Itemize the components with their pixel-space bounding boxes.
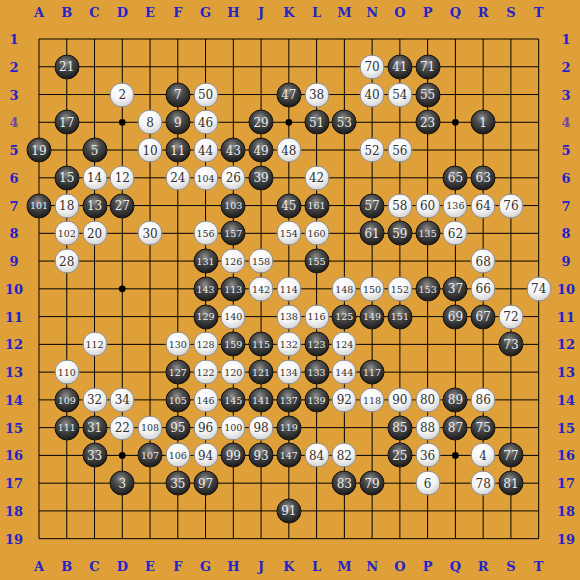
stone-white-K10[interactable]: 114 [276, 276, 301, 301]
stone-white-B8[interactable]: 102 [54, 221, 79, 246]
coordinate-label: Q [450, 4, 461, 19]
stone-black-K15[interactable]: 119 [276, 415, 301, 440]
stone-black-S17[interactable]: 81 [498, 471, 523, 496]
stone-black-C7[interactable]: 13 [82, 193, 107, 218]
move-number: 76 [503, 200, 518, 212]
coordinate-label: C [89, 4, 99, 19]
stone-white-O10[interactable]: 152 [387, 276, 412, 301]
move-number: 33 [87, 449, 102, 461]
stone-white-C12[interactable]: 112 [82, 332, 107, 357]
move-number: 125 [335, 312, 353, 322]
stone-black-N17[interactable]: 79 [360, 471, 385, 496]
stone-black-P3[interactable]: 55 [415, 82, 440, 107]
stone-white-G15[interactable]: 96 [193, 415, 218, 440]
stone-black-Q15[interactable]: 87 [443, 415, 468, 440]
stone-white-S7[interactable]: 76 [498, 193, 523, 218]
coordinate-label: K [283, 4, 294, 19]
stone-white-Q8[interactable]: 62 [443, 221, 468, 246]
stone-black-N7[interactable]: 57 [360, 193, 385, 218]
stone-black-O11[interactable]: 151 [387, 304, 412, 329]
move-number: 31 [87, 422, 102, 434]
stone-black-G9[interactable]: 131 [193, 249, 218, 274]
stone-black-F17[interactable]: 35 [165, 471, 190, 496]
stone-black-G17[interactable]: 97 [193, 471, 218, 496]
stone-white-C8[interactable]: 20 [82, 221, 107, 246]
stone-black-H5[interactable]: 43 [221, 138, 246, 163]
stone-white-J15[interactable]: 98 [249, 415, 274, 440]
coordinate-label: 19 [5, 531, 23, 546]
stone-black-H16[interactable]: 99 [221, 443, 246, 468]
move-number: 75 [476, 422, 491, 434]
stone-white-K5[interactable]: 48 [276, 138, 301, 163]
stone-black-F5[interactable]: 11 [165, 138, 190, 163]
move-number: 49 [253, 144, 268, 156]
coordinate-label: 5 [9, 143, 18, 158]
move-number: 41 [392, 61, 407, 73]
move-number: 141 [252, 395, 270, 405]
coordinate-label: 19 [557, 531, 575, 546]
coordinate-label: 10 [557, 281, 575, 296]
stone-white-D3[interactable]: 2 [110, 82, 135, 107]
stone-white-B13[interactable]: 110 [54, 360, 79, 385]
move-number: 80 [420, 394, 435, 406]
coordinate-label: 2 [9, 59, 18, 74]
stone-white-L8[interactable]: 160 [304, 221, 329, 246]
stone-black-K14[interactable]: 137 [276, 387, 301, 412]
stone-black-D7[interactable]: 27 [110, 193, 135, 218]
stone-black-J12[interactable]: 115 [249, 332, 274, 357]
stone-white-E5[interactable]: 10 [138, 138, 163, 163]
move-number: 13 [87, 200, 102, 212]
coordinate-label: 7 [9, 198, 18, 213]
stone-black-G11[interactable]: 129 [193, 304, 218, 329]
stone-black-P2[interactable]: 71 [415, 54, 440, 79]
move-number: 142 [252, 284, 270, 294]
coordinate-label: 17 [5, 476, 23, 491]
stone-black-L12[interactable]: 123 [304, 332, 329, 357]
stone-black-N11[interactable]: 149 [360, 304, 385, 329]
move-number: 148 [335, 284, 353, 294]
coordinate-label: E [145, 4, 155, 19]
move-number: 95 [170, 422, 185, 434]
stone-black-R11[interactable]: 67 [471, 304, 496, 329]
coordinate-label: 2 [561, 59, 570, 74]
stone-white-J9[interactable]: 158 [249, 249, 274, 274]
move-number: 34 [115, 394, 130, 406]
stone-black-F14[interactable]: 105 [165, 387, 190, 412]
move-number: 3 [118, 477, 126, 489]
coordinate-label: 14 [5, 392, 23, 407]
stone-white-C6[interactable]: 14 [82, 165, 107, 190]
move-number: 96 [198, 422, 213, 434]
move-number: 52 [364, 144, 379, 156]
move-number: 155 [308, 256, 326, 266]
move-number: 109 [58, 395, 76, 405]
stone-white-D14[interactable]: 34 [110, 387, 135, 412]
stone-black-C16[interactable]: 33 [82, 443, 107, 468]
coordinate-label: 6 [9, 170, 18, 185]
stone-black-B14[interactable]: 109 [54, 387, 79, 412]
move-number: 18 [59, 200, 74, 212]
move-number: 126 [224, 256, 242, 266]
star-point [452, 452, 459, 459]
move-number: 30 [142, 227, 157, 239]
stone-white-N5[interactable]: 52 [360, 138, 385, 163]
move-number: 20 [87, 227, 102, 239]
stone-white-R14[interactable]: 86 [471, 387, 496, 412]
move-number: 50 [198, 89, 213, 101]
stone-white-E4[interactable]: 8 [138, 110, 163, 135]
stone-white-K13[interactable]: 134 [276, 360, 301, 385]
move-number: 156 [196, 229, 214, 239]
coordinate-label: C [89, 558, 99, 573]
stone-white-G16[interactable]: 94 [193, 443, 218, 468]
stone-black-H7[interactable]: 103 [221, 193, 246, 218]
star-point [119, 452, 126, 459]
move-number: 100 [224, 423, 242, 433]
stone-black-K3[interactable]: 47 [276, 82, 301, 107]
coordinate-label: F [173, 4, 182, 19]
coordinate-label: 8 [9, 226, 18, 241]
stone-black-M4[interactable]: 53 [332, 110, 357, 135]
stone-white-P14[interactable]: 80 [415, 387, 440, 412]
stone-white-P15[interactable]: 88 [415, 415, 440, 440]
move-number: 61 [364, 227, 379, 239]
stone-white-R9[interactable]: 68 [471, 249, 496, 274]
move-number: 136 [446, 201, 464, 211]
move-number: 143 [196, 284, 214, 294]
stone-black-Q14[interactable]: 89 [443, 387, 468, 412]
stone-white-H9[interactable]: 126 [221, 249, 246, 274]
stone-black-O2[interactable]: 41 [387, 54, 412, 79]
stone-white-G12[interactable]: 128 [193, 332, 218, 357]
stone-white-B9[interactable]: 28 [54, 249, 79, 274]
coordinate-label: K [283, 558, 294, 573]
move-number: 15 [59, 172, 74, 184]
move-number: 87 [448, 422, 463, 434]
go-board[interactable]: ABCDEFGHJKLMNOPQRST ABCDEFGHJKLMNOPQRST … [0, 0, 580, 580]
coordinate-label: L [312, 558, 321, 573]
stone-black-J16[interactable]: 93 [249, 443, 274, 468]
stone-white-K11[interactable]: 138 [276, 304, 301, 329]
move-number: 60 [420, 200, 435, 212]
coordinate-label: N [366, 4, 378, 19]
stone-white-F6[interactable]: 24 [165, 165, 190, 190]
move-number: 57 [364, 200, 379, 212]
move-number: 88 [420, 422, 435, 434]
stone-white-H15[interactable]: 100 [221, 415, 246, 440]
stone-white-M12[interactable]: 124 [332, 332, 357, 357]
stone-black-H14[interactable]: 145 [221, 387, 246, 412]
move-number: 40 [364, 89, 379, 101]
move-number: 123 [308, 340, 326, 350]
move-number: 158 [252, 256, 270, 266]
stone-white-S11[interactable]: 72 [498, 304, 523, 329]
move-number: 145 [224, 395, 242, 405]
coordinate-label: T [534, 4, 544, 19]
stone-white-N14[interactable]: 118 [360, 387, 385, 412]
stone-white-E8[interactable]: 30 [138, 221, 163, 246]
stone-black-R4[interactable]: 1 [471, 110, 496, 135]
coordinate-label: 16 [5, 448, 23, 463]
stone-white-O7[interactable]: 58 [387, 193, 412, 218]
stone-white-R7[interactable]: 64 [471, 193, 496, 218]
move-number: 90 [392, 394, 407, 406]
coordinate-label: 17 [557, 476, 575, 491]
move-number: 94 [198, 449, 213, 461]
move-number: 81 [503, 477, 518, 489]
stone-black-J4[interactable]: 29 [249, 110, 274, 135]
move-number: 131 [196, 256, 214, 266]
stone-white-P17[interactable]: 6 [415, 471, 440, 496]
stone-white-G5[interactable]: 44 [193, 138, 218, 163]
stone-black-E16[interactable]: 107 [138, 443, 163, 468]
stone-white-N3[interactable]: 40 [360, 82, 385, 107]
move-number: 35 [170, 477, 185, 489]
move-number: 106 [169, 451, 187, 461]
stone-black-L4[interactable]: 51 [304, 110, 329, 135]
coordinate-label: 1 [9, 32, 18, 47]
stone-white-D15[interactable]: 22 [110, 415, 135, 440]
stone-black-F3[interactable]: 7 [165, 82, 190, 107]
move-number: 159 [224, 340, 242, 350]
coordinate-label: 7 [561, 198, 570, 213]
stone-black-G10[interactable]: 143 [193, 276, 218, 301]
stone-white-C14[interactable]: 32 [82, 387, 107, 412]
move-number: 44 [198, 144, 213, 156]
move-number: 22 [115, 422, 130, 434]
stone-black-B2[interactable]: 21 [54, 54, 79, 79]
stone-black-A7[interactable]: 101 [27, 193, 52, 218]
move-number: 7 [174, 89, 182, 101]
stone-black-O8[interactable]: 59 [387, 221, 412, 246]
stone-black-J13[interactable]: 121 [249, 360, 274, 385]
stone-white-H11[interactable]: 140 [221, 304, 246, 329]
stone-black-P10[interactable]: 153 [415, 276, 440, 301]
move-number: 37 [448, 283, 463, 295]
stone-black-R15[interactable]: 75 [471, 415, 496, 440]
move-number: 154 [280, 229, 298, 239]
coordinate-label: F [173, 558, 182, 573]
stone-white-O3[interactable]: 54 [387, 82, 412, 107]
coordinate-label: R [478, 4, 489, 19]
move-number: 134 [280, 367, 298, 377]
stone-white-G13[interactable]: 122 [193, 360, 218, 385]
coordinate-label: S [506, 4, 515, 19]
move-number: 64 [476, 200, 491, 212]
stone-white-M14[interactable]: 92 [332, 387, 357, 412]
stone-black-M11[interactable]: 125 [332, 304, 357, 329]
move-number: 14 [87, 172, 102, 184]
coordinate-label: Q [450, 558, 461, 573]
stone-white-R16[interactable]: 4 [471, 443, 496, 468]
star-point [119, 285, 126, 292]
stone-black-M17[interactable]: 83 [332, 471, 357, 496]
stone-black-C5[interactable]: 5 [82, 138, 107, 163]
move-number: 114 [280, 284, 298, 294]
stone-black-J5[interactable]: 49 [249, 138, 274, 163]
stone-black-J14[interactable]: 141 [249, 387, 274, 412]
stone-black-H10[interactable]: 113 [221, 276, 246, 301]
move-number: 48 [281, 144, 296, 156]
stone-white-B7[interactable]: 18 [54, 193, 79, 218]
move-number: 54 [392, 89, 407, 101]
stone-black-N13[interactable]: 117 [360, 360, 385, 385]
move-number: 152 [391, 284, 409, 294]
stone-white-G8[interactable]: 156 [193, 221, 218, 246]
move-number: 84 [309, 449, 324, 461]
move-number: 118 [363, 395, 381, 405]
move-number: 4 [479, 449, 487, 461]
move-number: 23 [420, 116, 435, 128]
stone-black-L7[interactable]: 161 [304, 193, 329, 218]
move-number: 11 [170, 144, 185, 156]
move-number: 38 [309, 89, 324, 101]
stone-black-S12[interactable]: 73 [498, 332, 523, 357]
stone-white-N2[interactable]: 70 [360, 54, 385, 79]
stone-black-A5[interactable]: 19 [27, 138, 52, 163]
stone-white-N10[interactable]: 150 [360, 276, 385, 301]
move-number: 73 [503, 338, 518, 350]
coordinate-label: P [423, 4, 433, 19]
stone-white-H6[interactable]: 26 [221, 165, 246, 190]
move-number: 135 [419, 229, 437, 239]
stone-black-Q11[interactable]: 69 [443, 304, 468, 329]
move-number: 74 [531, 283, 546, 295]
stone-white-G14[interactable]: 146 [193, 387, 218, 412]
stone-black-B6[interactable]: 15 [54, 165, 79, 190]
stone-black-B15[interactable]: 111 [54, 415, 79, 440]
stone-black-L14[interactable]: 139 [304, 387, 329, 412]
stone-black-K16[interactable]: 147 [276, 443, 301, 468]
move-number: 128 [196, 340, 214, 350]
move-number: 99 [226, 449, 241, 461]
move-number: 149 [363, 312, 381, 322]
stone-white-R17[interactable]: 78 [471, 471, 496, 496]
move-number: 56 [392, 144, 407, 156]
stone-black-L13[interactable]: 133 [304, 360, 329, 385]
stone-white-O14[interactable]: 90 [387, 387, 412, 412]
stone-black-P8[interactable]: 135 [415, 221, 440, 246]
move-number: 83 [337, 477, 352, 489]
move-number: 58 [392, 200, 407, 212]
stone-black-Q6[interactable]: 65 [443, 165, 468, 190]
move-number: 9 [174, 116, 182, 128]
stone-white-K12[interactable]: 132 [276, 332, 301, 357]
move-number: 89 [448, 394, 463, 406]
stone-white-L11[interactable]: 116 [304, 304, 329, 329]
stone-white-L16[interactable]: 84 [304, 443, 329, 468]
stone-white-L3[interactable]: 38 [304, 82, 329, 107]
move-number: 29 [253, 116, 268, 128]
stone-black-H8[interactable]: 157 [221, 221, 246, 246]
coordinate-label: O [394, 558, 405, 573]
stone-black-O16[interactable]: 25 [387, 443, 412, 468]
stone-white-H13[interactable]: 120 [221, 360, 246, 385]
move-number: 43 [226, 144, 241, 156]
coordinate-label: H [227, 558, 239, 573]
move-number: 86 [476, 394, 491, 406]
coordinate-label: 13 [5, 365, 23, 380]
coordinate-label: D [117, 4, 128, 19]
stone-black-S16[interactable]: 77 [498, 443, 523, 468]
stone-black-L9[interactable]: 155 [304, 249, 329, 274]
move-number: 137 [280, 395, 298, 405]
stone-white-G3[interactable]: 50 [193, 82, 218, 107]
coordinate-label: S [506, 558, 515, 573]
stone-white-M10[interactable]: 148 [332, 276, 357, 301]
stone-white-E15[interactable]: 108 [138, 415, 163, 440]
stone-black-F4[interactable]: 9 [165, 110, 190, 135]
stone-white-M13[interactable]: 144 [332, 360, 357, 385]
move-number: 157 [224, 229, 242, 239]
stone-black-P4[interactable]: 23 [415, 110, 440, 135]
stone-white-J10[interactable]: 142 [249, 276, 274, 301]
coordinate-label: G [200, 558, 211, 573]
coordinate-label: 14 [557, 392, 575, 407]
move-number: 91 [281, 505, 296, 517]
move-number: 127 [169, 367, 187, 377]
stone-white-O5[interactable]: 56 [387, 138, 412, 163]
stone-white-F16[interactable]: 106 [165, 443, 190, 468]
stone-white-P16[interactable]: 36 [415, 443, 440, 468]
coordinate-label: 9 [9, 254, 18, 269]
coordinate-label: 15 [5, 420, 23, 435]
stone-white-P7[interactable]: 60 [415, 193, 440, 218]
stone-white-R10[interactable]: 66 [471, 276, 496, 301]
stone-black-N8[interactable]: 61 [360, 221, 385, 246]
stone-white-F12[interactable]: 130 [165, 332, 190, 357]
stone-black-C15[interactable]: 31 [82, 415, 107, 440]
coordinate-label: M [337, 558, 351, 573]
coordinate-label: 6 [561, 170, 570, 185]
stone-white-D6[interactable]: 12 [110, 165, 135, 190]
move-number: 129 [196, 312, 214, 322]
move-number: 46 [198, 116, 213, 128]
move-number: 147 [280, 451, 298, 461]
stone-white-M16[interactable]: 82 [332, 443, 357, 468]
move-number: 119 [280, 423, 298, 433]
stone-black-D17[interactable]: 3 [110, 471, 135, 496]
stone-white-L6[interactable]: 42 [304, 165, 329, 190]
move-number: 67 [476, 311, 491, 323]
stone-white-G4[interactable]: 46 [193, 110, 218, 135]
coordinate-label: 13 [557, 365, 575, 380]
stone-black-F13[interactable]: 127 [165, 360, 190, 385]
stone-black-Q10[interactable]: 37 [443, 276, 468, 301]
stone-black-J6[interactable]: 39 [249, 165, 274, 190]
stone-black-K18[interactable]: 91 [276, 498, 301, 523]
stone-black-B4[interactable]: 17 [54, 110, 79, 135]
stone-black-O15[interactable]: 85 [387, 415, 412, 440]
stone-white-K8[interactable]: 154 [276, 221, 301, 246]
stone-white-T10[interactable]: 74 [526, 276, 551, 301]
coordinate-label: 15 [557, 420, 575, 435]
move-number: 132 [280, 340, 298, 350]
move-number: 53 [337, 116, 352, 128]
stone-black-K7[interactable]: 45 [276, 193, 301, 218]
move-number: 77 [503, 449, 518, 461]
stone-white-Q7[interactable]: 136 [443, 193, 468, 218]
move-number: 107 [141, 451, 159, 461]
stone-black-R6[interactable]: 63 [471, 165, 496, 190]
stone-black-H12[interactable]: 159 [221, 332, 246, 357]
move-number: 45 [281, 200, 296, 212]
move-number: 1 [479, 116, 487, 128]
stone-white-G6[interactable]: 104 [193, 165, 218, 190]
coordinate-label: A [34, 4, 44, 19]
stone-black-F15[interactable]: 95 [165, 415, 190, 440]
